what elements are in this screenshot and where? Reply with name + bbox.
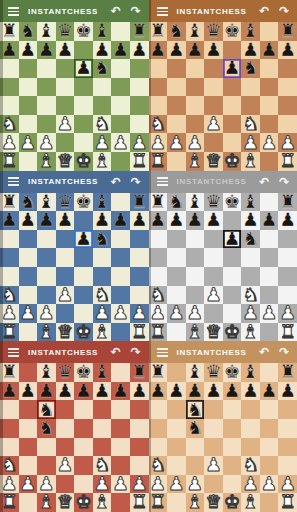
square-b3[interactable] (19, 115, 38, 134)
square-e6[interactable]: ♟ (223, 59, 242, 78)
square-c2[interactable]: ♟ (37, 304, 56, 323)
piece-black-pawn[interactable]: ♟ (38, 382, 55, 401)
piece-white-knight[interactable]: ♞ (1, 456, 18, 475)
square-d7[interactable]: ♟ (56, 382, 75, 401)
piece-white-pawn[interactable]: ♟ (131, 304, 148, 323)
piece-black-bishop[interactable]: ♝ (242, 22, 259, 41)
square-g5[interactable] (111, 248, 130, 267)
square-e1[interactable]: ♚ (74, 493, 93, 512)
square-c1[interactable]: ♝ (37, 493, 56, 512)
square-e4[interactable] (223, 267, 242, 286)
hamburger-menu-icon[interactable] (8, 7, 19, 16)
square-c5[interactable]: ♞ (186, 419, 205, 438)
piece-white-pawn[interactable]: ♟ (1, 304, 18, 323)
square-e3[interactable] (74, 115, 93, 134)
square-g3[interactable] (111, 115, 130, 134)
square-a6[interactable] (149, 230, 168, 249)
piece-white-pawn[interactable]: ♟ (205, 115, 222, 134)
square-b5[interactable] (19, 78, 38, 97)
square-d7[interactable]: ♟ (56, 211, 75, 230)
piece-white-bishop[interactable]: ♝ (242, 152, 259, 171)
piece-black-king[interactable]: ♚ (75, 22, 92, 41)
piece-black-pawn[interactable]: ♟ (1, 41, 18, 60)
piece-white-rook[interactable]: ♜ (131, 152, 148, 171)
square-d8[interactable]: ♛ (56, 22, 75, 41)
square-a5[interactable] (149, 419, 168, 438)
square-f3[interactable]: ♞ (241, 115, 260, 134)
square-d3[interactable]: ♟ (204, 286, 223, 305)
square-d7[interactable]: ♟ (56, 41, 75, 60)
square-a5[interactable] (0, 78, 19, 97)
square-f2[interactable]: ♟ (241, 304, 260, 323)
square-b7[interactable]: ♟ (167, 382, 186, 401)
piece-white-king[interactable]: ♚ (224, 323, 241, 342)
square-h6[interactable] (278, 230, 297, 249)
square-a6[interactable] (0, 400, 19, 419)
square-g4[interactable] (111, 438, 130, 457)
piece-white-queen[interactable]: ♛ (57, 323, 74, 342)
square-h7[interactable]: ♟ (278, 382, 297, 401)
piece-black-pawn[interactable]: ♟ (1, 211, 18, 230)
square-b6[interactable] (19, 59, 38, 78)
piece-white-pawn[interactable]: ♟ (20, 134, 37, 153)
square-e4[interactable] (223, 438, 242, 457)
piece-black-knight[interactable]: ♞ (94, 59, 111, 78)
piece-white-pawn[interactable]: ♟ (57, 456, 74, 475)
square-g1[interactable] (260, 323, 279, 342)
square-c1[interactable]: ♝ (37, 323, 56, 342)
piece-black-pawn[interactable]: ♟ (261, 382, 278, 401)
square-g4[interactable] (260, 438, 279, 457)
undo-icon[interactable]: ↶ (110, 346, 120, 358)
square-e1[interactable]: ♚ (223, 323, 242, 342)
square-b5[interactable] (167, 78, 186, 97)
square-a6[interactable] (0, 230, 19, 249)
square-b5[interactable] (167, 419, 186, 438)
square-d7[interactable]: ♟ (204, 211, 223, 230)
square-a5[interactable] (149, 78, 168, 97)
square-h4[interactable] (278, 438, 297, 457)
square-h5[interactable] (130, 78, 149, 97)
square-c6[interactable] (37, 230, 56, 249)
square-b6[interactable] (167, 400, 186, 419)
square-e1[interactable]: ♚ (74, 323, 93, 342)
square-f1[interactable]: ♝ (241, 493, 260, 512)
square-a4[interactable] (0, 267, 19, 286)
square-h4[interactable] (130, 96, 149, 115)
square-b4[interactable] (19, 96, 38, 115)
square-g7[interactable]: ♟ (260, 211, 279, 230)
square-a7[interactable]: ♟ (0, 41, 19, 60)
square-a6[interactable] (149, 59, 168, 78)
square-h1[interactable]: ♜ (130, 323, 149, 342)
square-g1[interactable] (260, 152, 279, 171)
square-b7[interactable]: ♟ (167, 41, 186, 60)
piece-white-knight[interactable]: ♞ (242, 456, 259, 475)
square-a8[interactable]: ♜ (0, 22, 19, 41)
square-e3[interactable] (223, 286, 242, 305)
square-e5[interactable] (74, 78, 93, 97)
square-f3[interactable]: ♞ (93, 115, 112, 134)
square-g6[interactable] (260, 230, 279, 249)
square-b4[interactable] (167, 96, 186, 115)
square-e7[interactable]: ♟ (223, 382, 242, 401)
square-b2[interactable]: ♟ (19, 133, 38, 152)
square-b1[interactable] (167, 493, 186, 512)
square-g8[interactable] (111, 22, 130, 41)
piece-white-rook[interactable]: ♜ (279, 152, 296, 171)
piece-black-queen[interactable]: ♛ (205, 22, 222, 41)
piece-white-pawn[interactable]: ♟ (20, 304, 37, 323)
piece-white-queen[interactable]: ♛ (205, 323, 222, 342)
piece-black-pawn[interactable]: ♟ (75, 230, 92, 249)
piece-black-pawn[interactable]: ♟ (187, 211, 204, 230)
undo-icon[interactable]: ↶ (259, 346, 269, 358)
piece-black-pawn[interactable]: ♟ (279, 211, 296, 230)
square-h6[interactable] (130, 59, 149, 78)
square-d4[interactable] (204, 267, 223, 286)
piece-white-pawn[interactable]: ♟ (149, 304, 166, 323)
square-g5[interactable] (260, 248, 279, 267)
square-e5[interactable] (74, 248, 93, 267)
square-a1[interactable]: ♜ (149, 493, 168, 512)
square-c1[interactable]: ♝ (186, 152, 205, 171)
square-c8[interactable]: ♝ (186, 22, 205, 41)
square-d8[interactable]: ♛ (204, 22, 223, 41)
square-e4[interactable] (223, 96, 242, 115)
square-d5[interactable] (204, 419, 223, 438)
hamburger-menu-icon[interactable] (8, 348, 19, 357)
piece-black-pawn[interactable]: ♟ (205, 41, 222, 60)
square-g4[interactable] (111, 267, 130, 286)
square-g1[interactable] (111, 493, 130, 512)
piece-black-pawn[interactable]: ♟ (57, 211, 74, 230)
piece-black-pawn[interactable]: ♟ (224, 59, 241, 78)
piece-black-knight[interactable]: ♞ (242, 59, 259, 78)
square-a3[interactable]: ♞ (0, 115, 19, 134)
square-h6[interactable] (130, 230, 149, 249)
square-a1[interactable]: ♜ (0, 152, 19, 171)
square-e5[interactable] (74, 419, 93, 438)
piece-white-bishop[interactable]: ♝ (38, 152, 55, 171)
square-f7[interactable]: ♟ (93, 382, 112, 401)
square-c7[interactable]: ♟ (37, 211, 56, 230)
square-c4[interactable] (37, 96, 56, 115)
piece-white-queen[interactable]: ♛ (205, 152, 222, 171)
square-g7[interactable]: ♟ (111, 211, 130, 230)
square-d1[interactable]: ♛ (56, 152, 75, 171)
piece-black-bishop[interactable]: ♝ (38, 22, 55, 41)
piece-black-pawn[interactable]: ♟ (261, 211, 278, 230)
square-b8[interactable]: ♞ (19, 22, 38, 41)
square-c3[interactable] (37, 115, 56, 134)
square-h1[interactable]: ♜ (130, 152, 149, 171)
square-c6[interactable] (37, 59, 56, 78)
square-c4[interactable] (186, 96, 205, 115)
piece-white-king[interactable]: ♚ (75, 152, 92, 171)
square-g4[interactable] (260, 267, 279, 286)
square-h7[interactable]: ♟ (130, 382, 149, 401)
square-c7[interactable]: ♟ (37, 41, 56, 60)
piece-white-pawn[interactable]: ♟ (112, 134, 129, 153)
piece-white-bishop[interactable]: ♝ (187, 323, 204, 342)
piece-white-pawn[interactable]: ♟ (38, 304, 55, 323)
square-h5[interactable] (278, 419, 297, 438)
square-f4[interactable] (241, 267, 260, 286)
piece-black-pawn[interactable]: ♟ (261, 41, 278, 60)
square-a1[interactable]: ♜ (0, 323, 19, 342)
square-e8[interactable]: ♚ (223, 193, 242, 212)
square-h7[interactable]: ♟ (278, 211, 297, 230)
piece-black-pawn[interactable]: ♟ (205, 382, 222, 401)
piece-white-queen[interactable]: ♛ (57, 152, 74, 171)
square-f1[interactable]: ♝ (93, 493, 112, 512)
square-a1[interactable]: ♜ (149, 323, 168, 342)
piece-black-pawn[interactable]: ♟ (75, 59, 92, 78)
piece-white-pawn[interactable]: ♟ (187, 304, 204, 323)
piece-white-pawn[interactable]: ♟ (205, 456, 222, 475)
square-h5[interactable] (130, 419, 149, 438)
square-f6[interactable] (93, 400, 112, 419)
square-d5[interactable] (56, 78, 75, 97)
square-b6[interactable] (19, 400, 38, 419)
square-a4[interactable] (149, 267, 168, 286)
square-b4[interactable] (19, 438, 38, 457)
piece-white-bishop[interactable]: ♝ (38, 493, 55, 512)
piece-black-king[interactable]: ♚ (224, 193, 241, 212)
square-a7[interactable]: ♟ (0, 382, 19, 401)
square-a7[interactable]: ♟ (149, 211, 168, 230)
piece-white-rook[interactable]: ♜ (131, 323, 148, 342)
piece-white-pawn[interactable]: ♟ (242, 304, 259, 323)
piece-white-knight[interactable]: ♞ (149, 456, 166, 475)
square-d3[interactable]: ♟ (56, 286, 75, 305)
square-a2[interactable]: ♟ (0, 304, 19, 323)
piece-black-knight[interactable]: ♞ (94, 230, 111, 249)
square-f5[interactable] (93, 248, 112, 267)
piece-black-pawn[interactable]: ♟ (1, 382, 18, 401)
piece-white-knight[interactable]: ♞ (149, 115, 166, 134)
square-g8[interactable] (260, 22, 279, 41)
square-h4[interactable] (130, 438, 149, 457)
piece-white-pawn[interactable]: ♟ (279, 304, 296, 323)
piece-black-pawn[interactable]: ♟ (279, 382, 296, 401)
piece-black-pawn[interactable]: ♟ (112, 382, 129, 401)
square-c6[interactable] (186, 59, 205, 78)
piece-black-pawn[interactable]: ♟ (20, 41, 37, 60)
square-g2[interactable]: ♟ (111, 304, 130, 323)
square-h2[interactable]: ♟ (278, 304, 297, 323)
square-b2[interactable]: ♟ (19, 304, 38, 323)
square-a7[interactable]: ♟ (149, 41, 168, 60)
square-b7[interactable]: ♟ (19, 211, 38, 230)
square-g1[interactable] (260, 493, 279, 512)
square-d5[interactable] (56, 248, 75, 267)
square-c5[interactable] (37, 78, 56, 97)
piece-black-pawn[interactable]: ♟ (20, 382, 37, 401)
piece-white-bishop[interactable]: ♝ (94, 323, 111, 342)
undo-icon[interactable]: ↶ (259, 5, 269, 17)
square-c7[interactable]: ♟ (186, 382, 205, 401)
square-a5[interactable] (0, 419, 19, 438)
piece-black-pawn[interactable]: ♟ (149, 382, 166, 401)
square-g5[interactable] (260, 419, 279, 438)
piece-white-rook[interactable]: ♜ (149, 323, 166, 342)
square-e5[interactable] (223, 248, 242, 267)
piece-white-pawn[interactable]: ♟ (57, 115, 74, 134)
piece-black-pawn[interactable]: ♟ (131, 41, 148, 60)
square-d6[interactable] (56, 59, 75, 78)
square-c1[interactable]: ♝ (37, 152, 56, 171)
piece-black-pawn[interactable]: ♟ (168, 211, 185, 230)
piece-white-king[interactable]: ♚ (75, 323, 92, 342)
square-g5[interactable] (111, 78, 130, 97)
square-d4[interactable] (56, 267, 75, 286)
piece-white-bishop[interactable]: ♝ (38, 323, 55, 342)
square-f1[interactable]: ♝ (241, 323, 260, 342)
square-e5[interactable] (223, 419, 242, 438)
piece-black-rook[interactable]: ♜ (149, 22, 166, 41)
square-c7[interactable]: ♟ (37, 382, 56, 401)
piece-black-pawn[interactable]: ♟ (149, 211, 166, 230)
piece-black-pawn[interactable]: ♟ (279, 41, 296, 60)
square-g4[interactable] (111, 96, 130, 115)
square-b1[interactable] (167, 323, 186, 342)
square-c7[interactable]: ♟ (186, 41, 205, 60)
square-e4[interactable] (74, 438, 93, 457)
piece-black-bishop[interactable]: ♝ (187, 22, 204, 41)
square-h7[interactable]: ♟ (130, 211, 149, 230)
piece-black-pawn[interactable]: ♟ (168, 41, 185, 60)
piece-black-pawn[interactable]: ♟ (187, 41, 204, 60)
square-g2[interactable]: ♟ (260, 475, 279, 494)
square-b1[interactable] (167, 152, 186, 171)
square-d6[interactable] (56, 400, 75, 419)
piece-white-pawn[interactable]: ♟ (261, 134, 278, 153)
square-g6[interactable] (260, 59, 279, 78)
piece-black-pawn[interactable]: ♟ (112, 211, 129, 230)
square-e8[interactable]: ♚ (223, 22, 242, 41)
piece-white-pawn[interactable]: ♟ (20, 475, 37, 494)
piece-white-king[interactable]: ♚ (224, 152, 241, 171)
piece-white-bishop[interactable]: ♝ (94, 152, 111, 171)
square-e1[interactable]: ♚ (223, 493, 242, 512)
square-d3[interactable]: ♟ (56, 456, 75, 475)
redo-icon[interactable]: ↷ (130, 5, 140, 17)
square-b5[interactable] (19, 248, 38, 267)
piece-black-rook[interactable]: ♜ (1, 22, 18, 41)
piece-black-pawn[interactable]: ♟ (187, 382, 204, 401)
piece-white-rook[interactable]: ♜ (279, 493, 296, 512)
square-d3[interactable]: ♟ (204, 115, 223, 134)
square-g3[interactable] (260, 115, 279, 134)
square-f8[interactable]: ♝ (241, 22, 260, 41)
square-c3[interactable] (186, 115, 205, 134)
square-d3[interactable]: ♟ (204, 456, 223, 475)
square-d7[interactable]: ♟ (204, 382, 223, 401)
square-f5[interactable] (241, 419, 260, 438)
square-f1[interactable]: ♝ (93, 152, 112, 171)
square-a8[interactable]: ♜ (149, 22, 168, 41)
square-c4[interactable] (37, 267, 56, 286)
undo-icon[interactable]: ↶ (259, 176, 269, 188)
piece-black-pawn[interactable]: ♟ (149, 41, 166, 60)
square-a1[interactable]: ♜ (0, 493, 19, 512)
square-f6[interactable]: ♞ (241, 230, 260, 249)
piece-white-pawn[interactable]: ♟ (261, 475, 278, 494)
piece-black-queen[interactable]: ♛ (57, 22, 74, 41)
square-b2[interactable]: ♟ (167, 133, 186, 152)
piece-white-bishop[interactable]: ♝ (187, 493, 204, 512)
square-g2[interactable]: ♟ (260, 133, 279, 152)
square-b7[interactable]: ♟ (19, 382, 38, 401)
square-g2[interactable]: ♟ (260, 304, 279, 323)
square-g7[interactable]: ♟ (260, 41, 279, 60)
piece-white-pawn[interactable]: ♟ (168, 475, 185, 494)
square-e5[interactable] (223, 78, 242, 97)
square-h1[interactable]: ♜ (278, 323, 297, 342)
square-e6[interactable]: ♟ (223, 230, 242, 249)
square-d5[interactable] (204, 248, 223, 267)
square-b6[interactable] (167, 59, 186, 78)
square-g1[interactable] (111, 152, 130, 171)
piece-black-pawn[interactable]: ♟ (112, 41, 129, 60)
square-d1[interactable]: ♛ (56, 493, 75, 512)
square-e6[interactable]: ♟ (74, 59, 93, 78)
piece-black-knight[interactable]: ♞ (38, 419, 55, 438)
piece-white-bishop[interactable]: ♝ (242, 323, 259, 342)
piece-black-knight[interactable]: ♞ (187, 419, 204, 438)
square-e1[interactable]: ♚ (223, 152, 242, 171)
square-b4[interactable] (167, 438, 186, 457)
square-h5[interactable] (130, 248, 149, 267)
square-g2[interactable]: ♟ (111, 133, 130, 152)
square-e6[interactable] (223, 400, 242, 419)
piece-black-knight[interactable]: ♞ (20, 22, 37, 41)
square-b4[interactable] (19, 267, 38, 286)
square-c5[interactable]: ♞ (37, 419, 56, 438)
square-h1[interactable]: ♜ (278, 493, 297, 512)
square-f6[interactable]: ♞ (93, 59, 112, 78)
square-d7[interactable]: ♟ (204, 41, 223, 60)
square-c5[interactable] (186, 78, 205, 97)
piece-white-bishop[interactable]: ♝ (242, 493, 259, 512)
square-a6[interactable] (149, 400, 168, 419)
square-g6[interactable] (111, 400, 130, 419)
piece-white-king[interactable]: ♚ (224, 493, 241, 512)
square-b7[interactable]: ♟ (19, 41, 38, 60)
square-c8[interactable]: ♝ (37, 22, 56, 41)
square-f2[interactable]: ♟ (93, 304, 112, 323)
piece-black-pawn[interactable]: ♟ (224, 230, 241, 249)
hamburger-menu-icon[interactable] (157, 177, 168, 186)
square-a3[interactable]: ♞ (149, 115, 168, 134)
undo-icon[interactable]: ↶ (110, 176, 120, 188)
square-a7[interactable]: ♟ (0, 211, 19, 230)
square-b1[interactable] (19, 152, 38, 171)
square-d2[interactable] (56, 304, 75, 323)
square-c4[interactable] (186, 267, 205, 286)
square-d6[interactable] (204, 400, 223, 419)
redo-icon[interactable]: ↷ (279, 346, 289, 358)
piece-white-knight[interactable]: ♞ (94, 115, 111, 134)
redo-icon[interactable]: ↷ (279, 176, 289, 188)
piece-white-rook[interactable]: ♜ (131, 493, 148, 512)
piece-black-pawn[interactable]: ♟ (94, 211, 111, 230)
piece-black-pawn[interactable]: ♟ (57, 382, 74, 401)
square-e4[interactable] (74, 267, 93, 286)
square-d3[interactable]: ♟ (56, 115, 75, 134)
